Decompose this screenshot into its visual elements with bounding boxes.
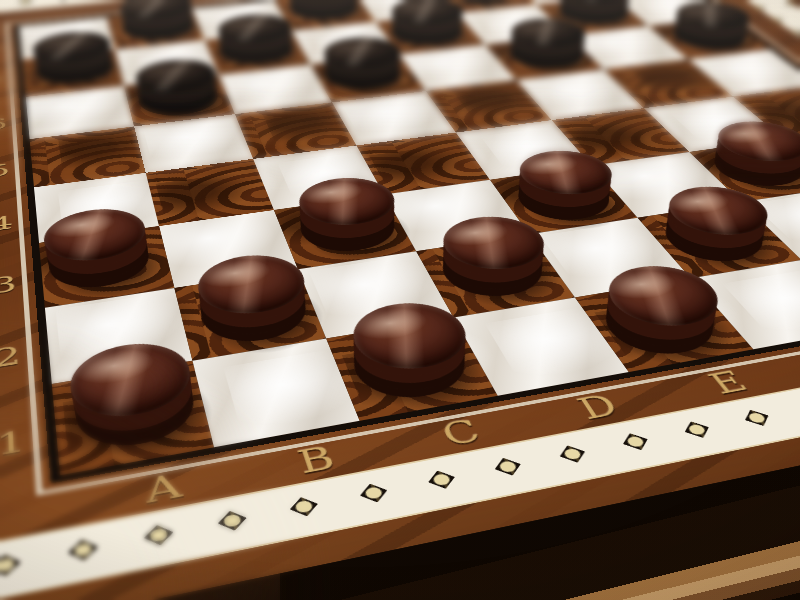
red-man-B2[interactable]: [195, 279, 316, 352]
black-man-F6[interactable]: [500, 39, 595, 75]
rank-label-7: 7: [0, 63, 17, 106]
red-man-C3[interactable]: [292, 201, 405, 260]
red-man-E3[interactable]: [506, 174, 624, 229]
red-man-F2[interactable]: [649, 210, 780, 271]
photo-stage: ABCDEFGH 87654321: [0, 0, 800, 600]
red-man-A1[interactable]: [73, 368, 202, 459]
black-man-B6[interactable]: [135, 81, 224, 122]
scene: ABCDEFGH 87654321: [0, 0, 800, 600]
checkers-board: ABCDEFGH 87654321: [0, 0, 800, 600]
rank-label-5: 5: [0, 144, 24, 199]
black-man-B8[interactable]: [120, 13, 198, 46]
rank-label-8: 8: [0, 30, 14, 68]
black-man-D6[interactable]: [318, 58, 410, 96]
black-man-A7[interactable]: [36, 53, 117, 90]
red-man-C1[interactable]: [343, 327, 480, 409]
rank-label-4: 4: [0, 193, 28, 257]
red-man-D2[interactable]: [430, 240, 556, 306]
black-man-C7[interactable]: [215, 35, 299, 70]
red-man-A3[interactable]: [47, 233, 154, 298]
black-man-D8[interactable]: [284, 0, 364, 26]
rank-label-6: 6: [0, 101, 20, 149]
